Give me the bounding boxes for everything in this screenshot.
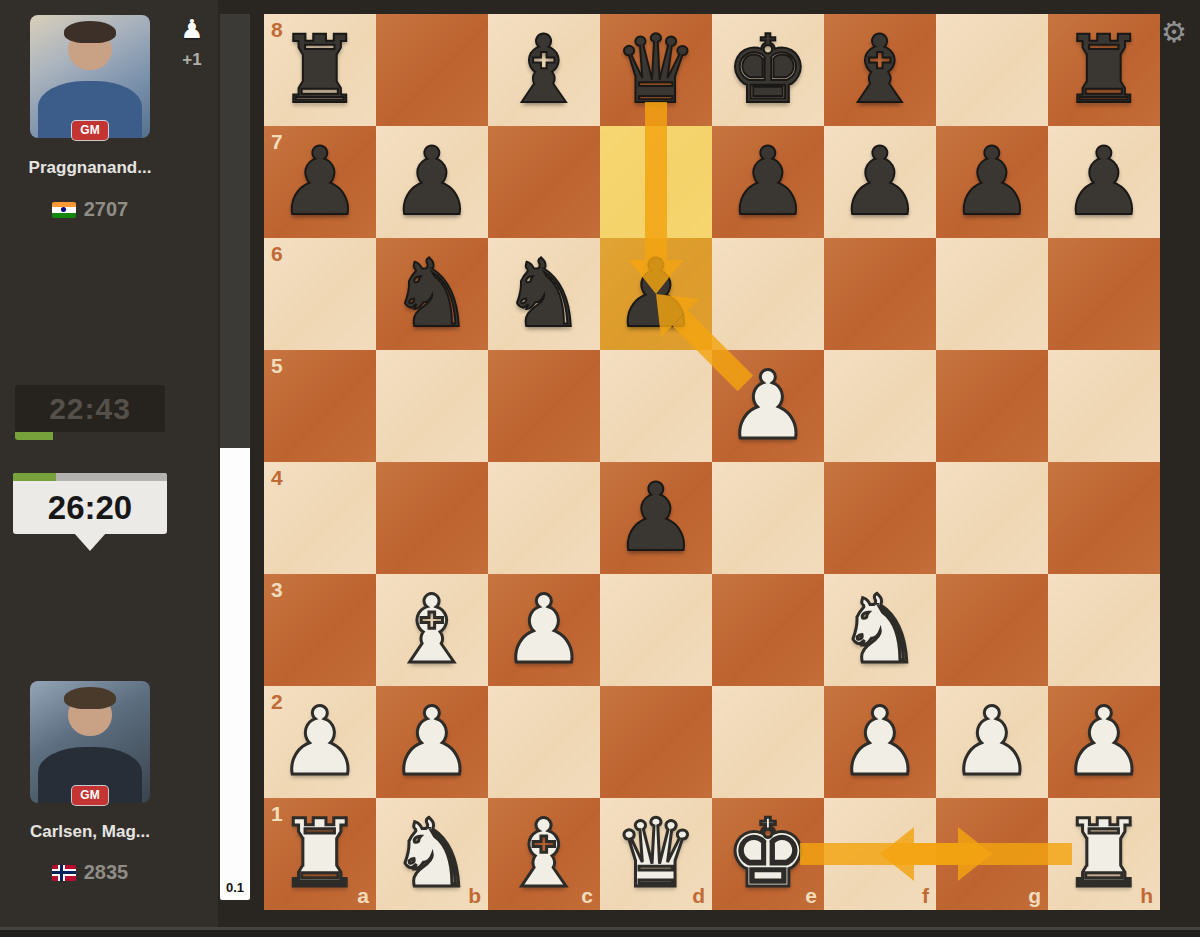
square-e8[interactable]: ♚ — [712, 14, 824, 126]
piece-white-knight[interactable]: ♞ — [824, 574, 936, 686]
square-b8[interactable] — [376, 14, 488, 126]
bottom-player-rating: 2835 — [84, 861, 129, 884]
india-flag-icon — [52, 202, 76, 218]
piece-black-knight[interactable]: ♞ — [488, 238, 600, 350]
square-f5[interactable] — [824, 350, 936, 462]
square-f1[interactable]: f — [824, 798, 936, 910]
piece-black-pawn[interactable]: ♟ — [600, 238, 712, 350]
top-player-name: Praggnanand... — [0, 158, 180, 178]
square-c5[interactable] — [488, 350, 600, 462]
square-f8[interactable]: ♝ — [824, 14, 936, 126]
square-h5[interactable] — [1048, 350, 1160, 462]
india-flag-chakra — [61, 207, 66, 212]
square-d2[interactable] — [600, 686, 712, 798]
piece-white-bishop[interactable]: ♝ — [376, 574, 488, 686]
square-b5[interactable] — [376, 350, 488, 462]
square-h8[interactable]: ♜ — [1048, 14, 1160, 126]
material-advantage: ♟ +1 — [170, 14, 214, 70]
square-e3[interactable] — [712, 574, 824, 686]
square-g7[interactable]: ♟ — [936, 126, 1048, 238]
top-player-rating: 2707 — [84, 198, 129, 221]
sidebar: GM Praggnanand... 2707 ♟ +1 22:43 26:20 — [0, 0, 218, 937]
square-b3[interactable]: ♝ — [376, 574, 488, 686]
coord-rank-6: 6 — [271, 243, 283, 264]
piece-white-bishop[interactable]: ♝ — [488, 798, 600, 910]
square-a3[interactable]: 3 — [264, 574, 376, 686]
top-player-time-bar — [15, 432, 53, 440]
piece-black-pawn[interactable]: ♟ — [376, 126, 488, 238]
square-d6[interactable]: ♟ — [600, 238, 712, 350]
square-c1[interactable]: c♝ — [488, 798, 600, 910]
square-f3[interactable]: ♞ — [824, 574, 936, 686]
piece-black-pawn[interactable]: ♟ — [712, 126, 824, 238]
square-a1[interactable]: 1a♜ — [264, 798, 376, 910]
square-b7[interactable]: ♟ — [376, 126, 488, 238]
piece-black-king[interactable]: ♚ — [712, 14, 824, 126]
square-h2[interactable]: ♟ — [1048, 686, 1160, 798]
piece-white-rook[interactable]: ♜ — [264, 798, 376, 910]
piece-white-pawn[interactable]: ♟ — [1048, 686, 1160, 798]
square-f6[interactable] — [824, 238, 936, 350]
coord-file-g: g — [1028, 885, 1041, 906]
square-c3[interactable]: ♟ — [488, 574, 600, 686]
square-d7[interactable] — [600, 126, 712, 238]
piece-black-queen[interactable]: ♛ — [600, 14, 712, 126]
bottom-player-time-bar — [13, 473, 56, 481]
piece-white-pawn[interactable]: ♟ — [936, 686, 1048, 798]
app-root: GM Praggnanand... 2707 ♟ +1 22:43 26:20 — [0, 0, 1200, 937]
square-h6[interactable] — [1048, 238, 1160, 350]
square-e5[interactable]: ♟ — [712, 350, 824, 462]
bottom-player-clock-time: 26:20 — [13, 481, 167, 534]
square-e4[interactable] — [712, 462, 824, 574]
piece-black-pawn[interactable]: ♟ — [936, 126, 1048, 238]
piece-black-pawn[interactable]: ♟ — [264, 126, 376, 238]
bottom-player-gm-badge: GM — [72, 786, 108, 805]
square-f4[interactable] — [824, 462, 936, 574]
square-a7[interactable]: 7♟ — [264, 126, 376, 238]
square-a2[interactable]: 2♟ — [264, 686, 376, 798]
piece-white-knight[interactable]: ♞ — [376, 798, 488, 910]
evaluation-score: 0.1 — [220, 880, 250, 895]
bottom-player-clock: 26:20 — [13, 473, 167, 534]
square-d8[interactable]: ♛ — [600, 14, 712, 126]
square-f2[interactable]: ♟ — [824, 686, 936, 798]
top-player-avatar — [30, 15, 150, 138]
top-player-gm-badge: GM — [72, 121, 108, 140]
evaluation-black-portion — [220, 14, 250, 448]
piece-white-pawn[interactable]: ♟ — [264, 686, 376, 798]
square-g8[interactable] — [936, 14, 1048, 126]
coord-rank-4: 4 — [271, 467, 283, 488]
square-h3[interactable] — [1048, 574, 1160, 686]
piece-black-bishop[interactable]: ♝ — [488, 14, 600, 126]
avatar-hair-shape — [64, 687, 117, 709]
square-a4[interactable]: 4 — [264, 462, 376, 574]
piece-white-king[interactable]: ♚ — [712, 798, 824, 910]
piece-white-rook[interactable]: ♜ — [1048, 798, 1160, 910]
evaluation-bar: 0.1 — [220, 14, 250, 900]
square-d1[interactable]: d♛ — [600, 798, 712, 910]
square-g2[interactable]: ♟ — [936, 686, 1048, 798]
square-h1[interactable]: h♜ — [1048, 798, 1160, 910]
flag-cross-shape — [52, 871, 76, 874]
piece-black-knight[interactable]: ♞ — [376, 238, 488, 350]
square-f7[interactable]: ♟ — [824, 126, 936, 238]
square-c8[interactable]: ♝ — [488, 14, 600, 126]
piece-white-pawn[interactable]: ♟ — [488, 574, 600, 686]
piece-white-queen[interactable]: ♛ — [600, 798, 712, 910]
square-g4[interactable] — [936, 462, 1048, 574]
square-g3[interactable] — [936, 574, 1048, 686]
piece-black-pawn[interactable]: ♟ — [1048, 126, 1160, 238]
coord-rank-5: 5 — [271, 355, 283, 376]
evaluation-white-portion: 0.1 — [220, 448, 250, 900]
square-a6[interactable]: 6 — [264, 238, 376, 350]
square-g6[interactable] — [936, 238, 1048, 350]
top-player-clock: 22:43 — [15, 385, 165, 432]
square-h4[interactable] — [1048, 462, 1160, 574]
piece-black-bishop[interactable]: ♝ — [824, 14, 936, 126]
piece-black-pawn[interactable]: ♟ — [600, 462, 712, 574]
bottom-strip — [0, 930, 1200, 937]
bottom-player-name: Carlsen, Mag... — [0, 822, 180, 842]
square-e6[interactable] — [712, 238, 824, 350]
coord-file-f: f — [922, 885, 929, 906]
square-h7[interactable]: ♟ — [1048, 126, 1160, 238]
piece-black-rook[interactable]: ♜ — [264, 14, 376, 126]
settings-gear-icon[interactable]: ⚙ — [1161, 18, 1187, 47]
piece-black-rook[interactable]: ♜ — [1048, 14, 1160, 126]
square-b2[interactable]: ♟ — [376, 686, 488, 798]
square-c2[interactable] — [488, 686, 600, 798]
captured-pawn-icon: ♟ — [170, 14, 214, 44]
square-g5[interactable] — [936, 350, 1048, 462]
square-b1[interactable]: b♞ — [376, 798, 488, 910]
square-e2[interactable] — [712, 686, 824, 798]
active-clock-pointer — [74, 533, 106, 551]
piece-white-pawn[interactable]: ♟ — [824, 686, 936, 798]
square-e1[interactable]: e♚ — [712, 798, 824, 910]
chess-board: 8♜♝♛♚♝♜7♟♟♟♟♟♟6♞♞♟5♟4♟3♝♟♞2♟♟♟♟♟1a♜b♞c♝d… — [264, 14, 1160, 910]
piece-black-pawn[interactable]: ♟ — [824, 126, 936, 238]
square-c4[interactable] — [488, 462, 600, 574]
top-player-meta: 2707 — [0, 198, 180, 221]
square-a8[interactable]: 8♜ — [264, 14, 376, 126]
coord-rank-3: 3 — [271, 579, 283, 600]
square-g1[interactable]: g — [936, 798, 1048, 910]
square-c7[interactable] — [488, 126, 600, 238]
material-advantage-value: +1 — [170, 50, 214, 70]
square-b6[interactable]: ♞ — [376, 238, 488, 350]
square-a5[interactable]: 5 — [264, 350, 376, 462]
square-d5[interactable] — [600, 350, 712, 462]
norway-flag-icon — [52, 865, 76, 881]
bottom-player-avatar — [30, 681, 150, 803]
avatar-hair-shape — [64, 21, 117, 43]
square-d4[interactable]: ♟ — [600, 462, 712, 574]
square-e7[interactable]: ♟ — [712, 126, 824, 238]
bottom-player-meta: 2835 — [0, 861, 180, 884]
square-b4[interactable] — [376, 462, 488, 574]
highlight-d7 — [600, 126, 712, 238]
piece-white-pawn[interactable]: ♟ — [712, 350, 824, 462]
square-d3[interactable] — [600, 574, 712, 686]
piece-white-pawn[interactable]: ♟ — [376, 686, 488, 798]
square-c6[interactable]: ♞ — [488, 238, 600, 350]
